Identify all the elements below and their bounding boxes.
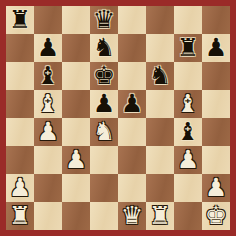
square-c5[interactable] <box>62 90 90 118</box>
square-a7[interactable] <box>6 34 34 62</box>
piece-black-pawn[interactable]: ♟ <box>93 90 115 118</box>
square-g3[interactable]: ♟ <box>174 146 202 174</box>
piece-white-pawn[interactable]: ♟ <box>205 174 227 202</box>
square-g6[interactable] <box>174 62 202 90</box>
piece-white-rook[interactable]: ♜ <box>149 202 171 230</box>
square-h1[interactable]: ♚ <box>202 202 230 230</box>
square-c2[interactable] <box>62 174 90 202</box>
square-d6[interactable]: ♚ <box>90 62 118 90</box>
square-a3[interactable] <box>6 146 34 174</box>
square-h3[interactable] <box>202 146 230 174</box>
square-b1[interactable] <box>34 202 62 230</box>
square-c7[interactable] <box>62 34 90 62</box>
piece-white-king[interactable]: ♚ <box>205 202 227 230</box>
square-e1[interactable]: ♛ <box>118 202 146 230</box>
square-f6[interactable]: ♞ <box>146 62 174 90</box>
square-d4[interactable]: ♞ <box>90 118 118 146</box>
square-d3[interactable] <box>90 146 118 174</box>
piece-black-pawn[interactable]: ♟ <box>121 90 143 118</box>
piece-black-bishop[interactable]: ♝ <box>37 62 59 90</box>
piece-black-pawn[interactable]: ♟ <box>37 34 59 62</box>
piece-black-king[interactable]: ♚ <box>93 62 115 90</box>
square-g8[interactable] <box>174 6 202 34</box>
square-d1[interactable] <box>90 202 118 230</box>
square-f7[interactable] <box>146 34 174 62</box>
square-a8[interactable]: ♜ <box>6 6 34 34</box>
square-b8[interactable] <box>34 6 62 34</box>
piece-white-pawn[interactable]: ♟ <box>65 146 87 174</box>
square-h7[interactable]: ♟ <box>202 34 230 62</box>
square-e2[interactable] <box>118 174 146 202</box>
square-e6[interactable] <box>118 62 146 90</box>
square-c4[interactable] <box>62 118 90 146</box>
square-a6[interactable] <box>6 62 34 90</box>
square-h2[interactable]: ♟ <box>202 174 230 202</box>
square-d5[interactable]: ♟ <box>90 90 118 118</box>
piece-white-pawn[interactable]: ♟ <box>177 146 199 174</box>
square-b7[interactable]: ♟ <box>34 34 62 62</box>
piece-white-pawn[interactable]: ♟ <box>37 118 59 146</box>
square-e3[interactable] <box>118 146 146 174</box>
square-e8[interactable] <box>118 6 146 34</box>
piece-black-rook[interactable]: ♜ <box>177 34 199 62</box>
chess-board-frame: ♜♛♟♞♜♟♝♚♞♝♟♟♝♟♞♝♟♟♟♟♜♛♜♚ <box>0 0 236 236</box>
piece-white-queen[interactable]: ♛ <box>121 202 143 230</box>
square-c6[interactable] <box>62 62 90 90</box>
square-h5[interactable] <box>202 90 230 118</box>
piece-black-pawn[interactable]: ♟ <box>205 34 227 62</box>
square-h6[interactable] <box>202 62 230 90</box>
square-g1[interactable] <box>174 202 202 230</box>
piece-black-bishop[interactable]: ♝ <box>177 118 199 146</box>
square-e5[interactable]: ♟ <box>118 90 146 118</box>
piece-black-queen[interactable]: ♛ <box>93 6 115 34</box>
square-e4[interactable] <box>118 118 146 146</box>
square-g7[interactable]: ♜ <box>174 34 202 62</box>
square-a5[interactable] <box>6 90 34 118</box>
square-e7[interactable] <box>118 34 146 62</box>
square-d7[interactable]: ♞ <box>90 34 118 62</box>
square-b6[interactable]: ♝ <box>34 62 62 90</box>
square-h8[interactable] <box>202 6 230 34</box>
square-g4[interactable]: ♝ <box>174 118 202 146</box>
square-a2[interactable]: ♟ <box>6 174 34 202</box>
square-f3[interactable] <box>146 146 174 174</box>
square-b4[interactable]: ♟ <box>34 118 62 146</box>
piece-white-pawn[interactable]: ♟ <box>9 174 31 202</box>
square-g5[interactable]: ♝ <box>174 90 202 118</box>
square-b2[interactable] <box>34 174 62 202</box>
square-d8[interactable]: ♛ <box>90 6 118 34</box>
square-b3[interactable] <box>34 146 62 174</box>
piece-white-knight[interactable]: ♞ <box>93 118 115 146</box>
chess-board: ♜♛♟♞♜♟♝♚♞♝♟♟♝♟♞♝♟♟♟♟♜♛♜♚ <box>6 6 230 230</box>
square-b5[interactable]: ♝ <box>34 90 62 118</box>
piece-black-knight[interactable]: ♞ <box>93 34 115 62</box>
square-f4[interactable] <box>146 118 174 146</box>
piece-black-rook[interactable]: ♜ <box>9 6 31 34</box>
square-d2[interactable] <box>90 174 118 202</box>
square-c8[interactable] <box>62 6 90 34</box>
square-f8[interactable] <box>146 6 174 34</box>
piece-white-bishop[interactable]: ♝ <box>177 90 199 118</box>
square-a1[interactable]: ♜ <box>6 202 34 230</box>
square-f1[interactable]: ♜ <box>146 202 174 230</box>
square-c1[interactable] <box>62 202 90 230</box>
square-f2[interactable] <box>146 174 174 202</box>
square-f5[interactable] <box>146 90 174 118</box>
square-g2[interactable] <box>174 174 202 202</box>
square-h4[interactable] <box>202 118 230 146</box>
piece-white-rook[interactable]: ♜ <box>9 202 31 230</box>
square-a4[interactable] <box>6 118 34 146</box>
square-c3[interactable]: ♟ <box>62 146 90 174</box>
piece-black-knight[interactable]: ♞ <box>149 62 171 90</box>
piece-white-bishop[interactable]: ♝ <box>37 90 59 118</box>
